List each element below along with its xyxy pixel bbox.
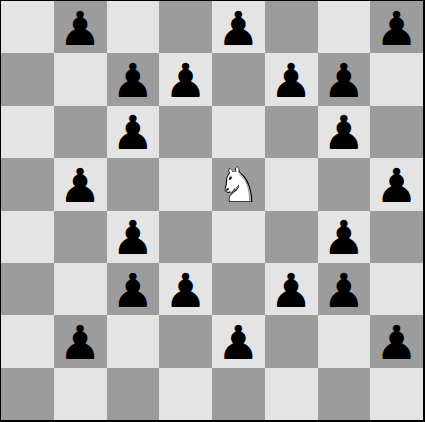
square-c4[interactable]: ♟ (107, 211, 160, 263)
square-e4[interactable] (212, 211, 265, 263)
square-a5[interactable] (1, 158, 54, 210)
square-f3[interactable]: ♟ (265, 263, 318, 315)
square-h3[interactable] (370, 263, 423, 315)
square-b5[interactable]: ♟ (54, 158, 107, 210)
square-d4[interactable] (159, 211, 212, 263)
square-b2[interactable]: ♟ (54, 315, 107, 367)
square-g2[interactable] (318, 315, 371, 367)
square-e8[interactable]: ♟ (212, 1, 265, 53)
square-h2[interactable]: ♟ (370, 315, 423, 367)
black-pawn-icon: ♟ (217, 319, 259, 366)
black-pawn-icon: ♟ (376, 162, 418, 209)
square-f2[interactable] (265, 315, 318, 367)
square-c5[interactable] (107, 158, 160, 210)
square-h8[interactable]: ♟ (370, 1, 423, 53)
square-g5[interactable] (318, 158, 371, 210)
black-pawn-icon: ♟ (323, 267, 365, 314)
square-e3[interactable] (212, 263, 265, 315)
black-pawn-icon: ♟ (323, 57, 365, 104)
square-h6[interactable] (370, 106, 423, 158)
square-f4[interactable] (265, 211, 318, 263)
square-c1[interactable] (107, 368, 160, 420)
black-pawn-icon: ♟ (165, 267, 207, 314)
square-d2[interactable] (159, 315, 212, 367)
black-pawn-icon: ♟ (112, 214, 154, 261)
square-d3[interactable]: ♟ (159, 263, 212, 315)
square-h1[interactable] (370, 368, 423, 420)
square-g4[interactable]: ♟ (318, 211, 371, 263)
black-pawn-icon: ♟ (112, 109, 154, 156)
square-a6[interactable] (1, 106, 54, 158)
black-pawn-icon: ♟ (323, 214, 365, 261)
square-d5[interactable] (159, 158, 212, 210)
square-b3[interactable] (54, 263, 107, 315)
black-pawn-icon: ♟ (376, 5, 418, 52)
square-a8[interactable] (1, 1, 54, 53)
square-g7[interactable]: ♟ (318, 53, 371, 105)
square-h7[interactable] (370, 53, 423, 105)
square-d7[interactable]: ♟ (159, 53, 212, 105)
black-pawn-icon: ♟ (376, 319, 418, 366)
black-pawn-icon: ♟ (270, 267, 312, 314)
square-f6[interactable] (265, 106, 318, 158)
square-a2[interactable] (1, 315, 54, 367)
black-pawn-icon: ♟ (59, 162, 101, 209)
square-e5[interactable]: ♞♘ (212, 158, 265, 210)
chess-board: ♟♟♟♟♟♟♟♟♟♟♞♘♟♟♟♟♟♟♟♟♟♟ (0, 0, 425, 422)
square-a3[interactable] (1, 263, 54, 315)
square-b8[interactable]: ♟ (54, 1, 107, 53)
black-pawn-icon: ♟ (112, 57, 154, 104)
square-f1[interactable] (265, 368, 318, 420)
square-f8[interactable] (265, 1, 318, 53)
black-pawn-icon: ♟ (59, 5, 101, 52)
square-c2[interactable] (107, 315, 160, 367)
square-a4[interactable] (1, 211, 54, 263)
square-d8[interactable] (159, 1, 212, 53)
square-e1[interactable] (212, 368, 265, 420)
square-a1[interactable] (1, 368, 54, 420)
square-c7[interactable]: ♟ (107, 53, 160, 105)
square-c6[interactable]: ♟ (107, 106, 160, 158)
black-pawn-icon: ♟ (217, 5, 259, 52)
square-e6[interactable] (212, 106, 265, 158)
square-h4[interactable] (370, 211, 423, 263)
square-g6[interactable]: ♟ (318, 106, 371, 158)
square-h5[interactable]: ♟ (370, 158, 423, 210)
square-b6[interactable] (54, 106, 107, 158)
square-e2[interactable]: ♟ (212, 315, 265, 367)
square-b4[interactable] (54, 211, 107, 263)
square-a7[interactable] (1, 53, 54, 105)
square-f7[interactable]: ♟ (265, 53, 318, 105)
square-d1[interactable] (159, 368, 212, 420)
white-knight-icon: ♞♘ (216, 160, 261, 210)
square-c3[interactable]: ♟ (107, 263, 160, 315)
square-g3[interactable]: ♟ (318, 263, 371, 315)
square-g8[interactable] (318, 1, 371, 53)
black-pawn-icon: ♟ (165, 57, 207, 104)
square-b1[interactable] (54, 368, 107, 420)
square-d6[interactable] (159, 106, 212, 158)
black-pawn-icon: ♟ (270, 57, 312, 104)
square-e7[interactable] (212, 53, 265, 105)
square-b7[interactable] (54, 53, 107, 105)
square-c8[interactable] (107, 1, 160, 53)
chess-app-window: ♟♟♟♟♟♟♟♟♟♟♞♘♟♟♟♟♟♟♟♟♟♟ (0, 0, 425, 422)
black-pawn-icon: ♟ (323, 109, 365, 156)
black-pawn-icon: ♟ (59, 319, 101, 366)
black-pawn-icon: ♟ (112, 267, 154, 314)
square-g1[interactable] (318, 368, 371, 420)
square-f5[interactable] (265, 158, 318, 210)
